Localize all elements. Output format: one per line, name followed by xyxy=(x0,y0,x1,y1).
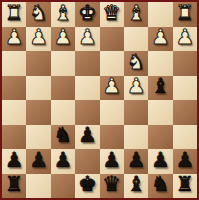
black-pawn-f7-icon: ♟ xyxy=(54,150,73,171)
square-e6[interactable]: ♟ xyxy=(75,125,99,150)
square-g6[interactable] xyxy=(26,125,50,150)
square-g3[interactable] xyxy=(26,51,50,76)
square-f7[interactable]: ♟ xyxy=(51,149,75,174)
white-pawn-h2-icon: ♟ xyxy=(5,27,24,48)
black-bishop-c8-icon: ♝ xyxy=(127,174,146,195)
square-a1[interactable]: ♜ xyxy=(173,2,197,27)
square-c6[interactable] xyxy=(124,125,148,150)
square-e1[interactable]: ♚ xyxy=(75,2,99,27)
chess-board: ♜♞♝♚♛♝♜♟♟♟♟♟♟♞♟♟♝♞♟♟♟♟♟♟♟♟♜♚♛♝♞♜ xyxy=(2,2,197,198)
white-pawn-c4-icon: ♟ xyxy=(127,76,146,97)
square-g8[interactable] xyxy=(26,174,50,199)
square-h7[interactable]: ♟ xyxy=(2,149,26,174)
white-knight-c3-icon: ♞ xyxy=(127,52,146,73)
black-knight-f6-icon: ♞ xyxy=(54,125,73,146)
square-e4[interactable] xyxy=(75,76,99,101)
square-d4[interactable]: ♟ xyxy=(100,76,124,101)
square-c8[interactable]: ♝ xyxy=(124,174,148,199)
square-e3[interactable] xyxy=(75,51,99,76)
square-b3[interactable] xyxy=(148,51,172,76)
black-rook-h8-icon: ♜ xyxy=(5,174,24,195)
white-pawn-a2-icon: ♟ xyxy=(175,27,194,48)
black-pawn-h7-icon: ♟ xyxy=(5,150,24,171)
square-g7[interactable]: ♟ xyxy=(26,149,50,174)
black-pawn-g7-icon: ♟ xyxy=(29,150,48,171)
white-pawn-d4-icon: ♟ xyxy=(102,76,121,97)
square-a5[interactable] xyxy=(173,100,197,125)
square-g5[interactable] xyxy=(26,100,50,125)
square-a6[interactable] xyxy=(173,125,197,150)
square-d1[interactable]: ♛ xyxy=(100,2,124,27)
square-e7[interactable] xyxy=(75,149,99,174)
square-g2[interactable]: ♟ xyxy=(26,27,50,52)
white-pawn-g2-icon: ♟ xyxy=(29,27,48,48)
square-c4[interactable]: ♟ xyxy=(124,76,148,101)
black-queen-d8-icon: ♛ xyxy=(102,174,121,195)
square-a2[interactable]: ♟ xyxy=(173,27,197,52)
square-f1[interactable]: ♝ xyxy=(51,2,75,27)
square-f4[interactable] xyxy=(51,76,75,101)
square-e2[interactable]: ♟ xyxy=(75,27,99,52)
black-knight-b8-icon: ♞ xyxy=(151,174,170,195)
square-c7[interactable]: ♟ xyxy=(124,149,148,174)
square-e8[interactable]: ♚ xyxy=(75,174,99,199)
square-d5[interactable] xyxy=(100,100,124,125)
square-h5[interactable] xyxy=(2,100,26,125)
white-queen-d1-icon: ♛ xyxy=(102,3,121,24)
square-f6[interactable]: ♞ xyxy=(51,125,75,150)
square-b1[interactable] xyxy=(148,2,172,27)
square-h3[interactable] xyxy=(2,51,26,76)
white-rook-h1-icon: ♜ xyxy=(5,3,24,24)
square-h2[interactable]: ♟ xyxy=(2,27,26,52)
square-g4[interactable] xyxy=(26,76,50,101)
square-b2[interactable]: ♟ xyxy=(148,27,172,52)
square-b7[interactable]: ♟ xyxy=(148,149,172,174)
square-h6[interactable] xyxy=(2,125,26,150)
square-a7[interactable]: ♟ xyxy=(173,149,197,174)
white-pawn-b2-icon: ♟ xyxy=(151,27,170,48)
square-a8[interactable]: ♜ xyxy=(173,174,197,199)
square-d3[interactable] xyxy=(100,51,124,76)
black-rook-a8-icon: ♜ xyxy=(175,174,194,195)
black-pawn-b7-icon: ♟ xyxy=(151,150,170,171)
square-c1[interactable]: ♝ xyxy=(124,2,148,27)
black-pawn-d7-icon: ♟ xyxy=(102,150,121,171)
black-pawn-e6-icon: ♟ xyxy=(78,125,97,146)
square-b8[interactable]: ♞ xyxy=(148,174,172,199)
square-h8[interactable]: ♜ xyxy=(2,174,26,199)
white-rook-a1-icon: ♜ xyxy=(175,3,194,24)
black-bishop-b4-icon: ♝ xyxy=(151,76,170,97)
white-pawn-e2-icon: ♟ xyxy=(78,27,97,48)
square-d7[interactable]: ♟ xyxy=(100,149,124,174)
square-d8[interactable]: ♛ xyxy=(100,174,124,199)
white-pawn-f2-icon: ♟ xyxy=(54,27,73,48)
square-a4[interactable] xyxy=(173,76,197,101)
square-c2[interactable] xyxy=(124,27,148,52)
square-d2[interactable] xyxy=(100,27,124,52)
white-bishop-c1-icon: ♝ xyxy=(127,3,146,24)
square-a3[interactable] xyxy=(173,51,197,76)
white-bishop-f1-icon: ♝ xyxy=(54,3,73,24)
square-b6[interactable] xyxy=(148,125,172,150)
white-king-e1-icon: ♚ xyxy=(78,3,97,24)
square-f5[interactable] xyxy=(51,100,75,125)
white-knight-g1-icon: ♞ xyxy=(29,3,48,24)
square-h1[interactable]: ♜ xyxy=(2,2,26,27)
square-e5[interactable] xyxy=(75,100,99,125)
square-f8[interactable] xyxy=(51,174,75,199)
square-h4[interactable] xyxy=(2,76,26,101)
square-b4[interactable]: ♝ xyxy=(148,76,172,101)
square-f3[interactable] xyxy=(51,51,75,76)
square-c5[interactable] xyxy=(124,100,148,125)
square-g1[interactable]: ♞ xyxy=(26,2,50,27)
black-king-e8-icon: ♚ xyxy=(78,174,97,195)
square-c3[interactable]: ♞ xyxy=(124,51,148,76)
square-f2[interactable]: ♟ xyxy=(51,27,75,52)
square-d6[interactable] xyxy=(100,125,124,150)
chess-board-frame: ♜♞♝♚♛♝♜♟♟♟♟♟♟♞♟♟♝♞♟♟♟♟♟♟♟♟♜♚♛♝♞♜ xyxy=(0,0,199,200)
black-pawn-c7-icon: ♟ xyxy=(127,150,146,171)
square-b5[interactable] xyxy=(148,100,172,125)
black-pawn-a7-icon: ♟ xyxy=(175,150,194,171)
